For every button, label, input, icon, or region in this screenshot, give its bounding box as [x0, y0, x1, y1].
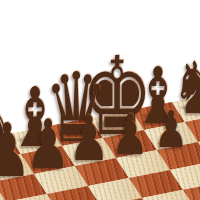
piece-f7-pawn: ♟ — [154, 104, 188, 155]
chess-set-photo: ♞♝♛♚♝♞♟♟♟♟♟ — [0, 0, 200, 200]
piece-e7-pawn: ♟ — [111, 107, 148, 163]
piece-d7-pawn: ♟ — [68, 108, 109, 170]
piece-b7-pawn: ♟ — [0, 113, 32, 187]
pieces-layer: ♞♝♛♚♝♞♟♟♟♟♟ — [0, 0, 200, 200]
piece-c7-pawn: ♟ — [25, 111, 70, 179]
